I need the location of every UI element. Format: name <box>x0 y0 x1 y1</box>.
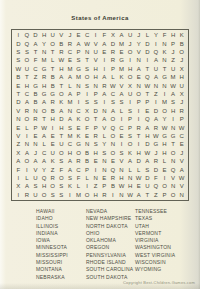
grid-cell[interactable]: Q <box>109 123 118 131</box>
grid-cell[interactable]: D <box>143 174 152 182</box>
grid-cell[interactable]: E <box>134 182 143 190</box>
grid-cell[interactable]: O <box>57 174 66 182</box>
grid-cell[interactable]: A <box>23 98 32 106</box>
grid-cell[interactable]: E <box>160 165 169 173</box>
grid-cell[interactable]: S <box>66 123 75 131</box>
grid-cell[interactable]: A <box>143 123 152 131</box>
grid-cell[interactable]: X <box>126 81 135 89</box>
grid-cell[interactable]: M <box>169 73 178 81</box>
grid-cell[interactable]: H <box>40 31 49 39</box>
grid-cell[interactable]: W <box>117 182 126 190</box>
grid-cell[interactable]: B <box>57 39 66 47</box>
grid-cell[interactable]: G <box>40 65 49 73</box>
grid-cell[interactable]: N <box>134 81 143 89</box>
grid-cell[interactable]: J <box>152 149 161 157</box>
grid-cell[interactable]: P <box>100 182 109 190</box>
grid-cell[interactable]: S <box>100 149 109 157</box>
grid-cell[interactable]: A <box>117 31 126 39</box>
grid-cell[interactable]: P <box>177 115 186 123</box>
grid-cell[interactable]: H <box>169 31 178 39</box>
grid-cell[interactable]: G <box>160 132 169 140</box>
grid-cell[interactable]: V <box>117 81 126 89</box>
grid-cell[interactable]: R <box>177 107 186 115</box>
grid-cell[interactable]: P <box>91 123 100 131</box>
grid-cell[interactable]: Q <box>169 165 178 173</box>
grid-cell[interactable]: N <box>83 140 92 148</box>
grid-cell[interactable]: L <box>117 107 126 115</box>
grid-cell[interactable]: N <box>31 107 40 115</box>
grid-cell[interactable]: S <box>57 157 66 165</box>
grid-cell[interactable]: M <box>66 98 75 106</box>
grid-cell[interactable]: A <box>177 165 186 173</box>
grid-cell[interactable]: L <box>66 81 75 89</box>
grid-cell[interactable]: K <box>74 132 83 140</box>
grid-cell[interactable]: Z <box>48 165 57 173</box>
grid-cell[interactable]: I <box>126 98 135 106</box>
grid-cell[interactable]: L <box>40 140 49 148</box>
grid-cell[interactable]: M <box>40 56 49 64</box>
grid-cell[interactable]: R <box>31 115 40 123</box>
grid-cell[interactable]: Z <box>152 90 161 98</box>
grid-cell[interactable]: O <box>126 73 135 81</box>
grid-cell[interactable]: B <box>31 90 40 98</box>
grid-cell[interactable]: O <box>74 149 83 157</box>
grid-cell[interactable]: H <box>40 182 49 190</box>
grid-cell[interactable]: A <box>31 157 40 165</box>
grid-cell[interactable]: E <box>74 123 83 131</box>
grid-cell[interactable]: G <box>48 90 57 98</box>
grid-cell[interactable]: G <box>31 81 40 89</box>
grid-cell[interactable]: H <box>91 73 100 81</box>
grid-cell[interactable]: H <box>91 191 100 199</box>
grid-cell[interactable]: M <box>160 98 169 106</box>
grid-cell[interactable]: M <box>74 73 83 81</box>
grid-cell[interactable]: E <box>74 31 83 39</box>
grid-cell[interactable]: C <box>74 107 83 115</box>
grid-cell[interactable]: A <box>100 115 109 123</box>
grid-cell[interactable]: I <box>66 191 75 199</box>
grid-cell[interactable]: X <box>109 31 118 39</box>
grid-cell[interactable]: S <box>83 81 92 89</box>
grid-cell[interactable]: F <box>100 31 109 39</box>
grid-cell[interactable]: N <box>100 157 109 165</box>
grid-cell[interactable]: N <box>169 157 178 165</box>
grid-cell[interactable]: I <box>117 115 126 123</box>
grid-cell[interactable]: N <box>152 81 161 89</box>
grid-cell[interactable]: H <box>66 149 75 157</box>
grid-cell[interactable]: C <box>117 123 126 131</box>
grid-cell[interactable]: T <box>83 56 92 64</box>
grid-cell[interactable]: E <box>143 107 152 115</box>
grid-cell[interactable]: S <box>117 149 126 157</box>
grid-cell[interactable]: S <box>66 174 75 182</box>
grid-cell[interactable]: J <box>66 31 75 39</box>
grid-cell[interactable]: O <box>83 191 92 199</box>
grid-cell[interactable]: S <box>74 56 83 64</box>
grid-cell[interactable]: R <box>152 157 161 165</box>
grid-cell[interactable]: L <box>83 174 92 182</box>
grid-cell[interactable]: H <box>48 115 57 123</box>
grid-cell[interactable]: P <box>31 123 40 131</box>
grid-cell[interactable]: S <box>126 132 135 140</box>
grid-cell[interactable]: U <box>143 182 152 190</box>
grid-cell[interactable]: V <box>57 31 66 39</box>
grid-cell[interactable]: Q <box>152 182 161 190</box>
grid-cell[interactable]: V <box>14 132 23 140</box>
grid-cell[interactable]: E <box>134 73 143 81</box>
grid-cell[interactable]: U <box>91 48 100 56</box>
grid-cell[interactable]: G <box>152 140 161 148</box>
grid-cell[interactable]: I <box>160 90 169 98</box>
grid-cell[interactable]: V <box>177 182 186 190</box>
grid-cell[interactable]: G <box>117 56 126 64</box>
grid-cell[interactable]: A <box>134 191 143 199</box>
grid-cell[interactable]: C <box>40 149 49 157</box>
grid-cell[interactable]: N <box>40 48 49 56</box>
grid-cell[interactable]: O <box>169 149 178 157</box>
grid-cell[interactable]: U <box>48 149 57 157</box>
grid-cell[interactable]: P <box>83 165 92 173</box>
grid-cell[interactable]: J <box>169 48 178 56</box>
grid-cell[interactable]: P <box>126 123 135 131</box>
grid-cell[interactable]: T <box>31 48 40 56</box>
grid-cell[interactable]: K <box>74 115 83 123</box>
grid-cell[interactable]: H <box>126 182 135 190</box>
grid-cell[interactable]: W <box>14 65 23 73</box>
grid-cell[interactable]: C <box>31 65 40 73</box>
grid-cell[interactable]: B <box>14 73 23 81</box>
grid-cell[interactable]: Y <box>134 39 143 47</box>
grid-cell[interactable]: I <box>143 56 152 64</box>
grid-cell[interactable]: L <box>126 165 135 173</box>
grid-cell[interactable]: T <box>143 191 152 199</box>
grid-cell[interactable]: R <box>66 39 75 47</box>
grid-cell[interactable]: A <box>100 73 109 81</box>
grid-cell[interactable]: O <box>40 191 49 199</box>
grid-cell[interactable]: X <box>177 90 186 98</box>
grid-cell[interactable]: U <box>169 65 178 73</box>
grid-cell[interactable]: W <box>169 81 178 89</box>
grid-cell[interactable]: W <box>143 81 152 89</box>
grid-cell[interactable]: I <box>152 98 161 106</box>
grid-cell[interactable]: D <box>134 157 143 165</box>
grid-cell[interactable]: I <box>169 115 178 123</box>
grid-cell[interactable]: Z <box>169 56 178 64</box>
grid-cell[interactable]: I <box>91 31 100 39</box>
grid-cell[interactable]: O <box>109 115 118 123</box>
grid-cell[interactable]: J <box>177 98 186 106</box>
grid-cell[interactable]: R <box>48 98 57 106</box>
grid-cell[interactable]: A <box>117 90 126 98</box>
grid-cell[interactable]: L <box>100 132 109 140</box>
grid-cell[interactable]: K <box>48 157 57 165</box>
grid-cell[interactable]: V <box>100 123 109 131</box>
grid-cell[interactable]: X <box>177 65 186 73</box>
grid-cell[interactable]: Q <box>152 48 161 56</box>
grid-cell[interactable]: P <box>91 90 100 98</box>
grid-cell[interactable]: L <box>23 123 32 131</box>
grid-cell[interactable]: S <box>23 48 32 56</box>
grid-cell[interactable]: N <box>100 165 109 173</box>
grid-cell[interactable]: F <box>31 56 40 64</box>
grid-cell[interactable]: N <box>160 81 169 89</box>
grid-cell[interactable]: J <box>31 149 40 157</box>
grid-cell[interactable]: W <box>177 174 186 182</box>
grid-cell[interactable]: A <box>66 157 75 165</box>
grid-cell[interactable]: I <box>109 191 118 199</box>
grid-cell[interactable]: J <box>177 56 186 64</box>
grid-cell[interactable]: G <box>160 73 169 81</box>
grid-cell[interactable]: A <box>57 107 66 115</box>
grid-cell[interactable]: A <box>14 157 23 165</box>
grid-cell[interactable]: S <box>109 98 118 106</box>
grid-cell[interactable]: D <box>91 107 100 115</box>
grid-cell[interactable]: A <box>40 132 49 140</box>
grid-cell[interactable]: D <box>14 98 23 106</box>
grid-cell[interactable]: R <box>100 191 109 199</box>
grid-cell[interactable]: A <box>66 73 75 81</box>
grid-cell[interactable]: H <box>23 81 32 89</box>
grid-cell[interactable]: D <box>109 39 118 47</box>
grid-cell[interactable]: I <box>83 90 92 98</box>
grid-cell[interactable]: Q <box>143 115 152 123</box>
grid-cell[interactable]: N <box>14 115 23 123</box>
grid-cell[interactable]: N <box>74 81 83 89</box>
grid-cell[interactable]: S <box>91 140 100 148</box>
grid-cell[interactable]: S <box>14 56 23 64</box>
grid-cell[interactable]: H <box>117 174 126 182</box>
grid-cell[interactable]: O <box>83 73 92 81</box>
grid-cell[interactable]: Y <box>40 39 49 47</box>
grid-cell[interactable]: A <box>66 90 75 98</box>
grid-cell[interactable]: E <box>83 132 92 140</box>
grid-cell[interactable]: O <box>40 107 49 115</box>
grid-cell[interactable]: E <box>48 140 57 148</box>
grid-cell[interactable]: I <box>126 56 135 64</box>
grid-cell[interactable]: N <box>160 56 169 64</box>
grid-cell[interactable]: L <box>48 56 57 64</box>
grid-cell[interactable]: C <box>23 90 32 98</box>
grid-cell[interactable]: R <box>109 48 118 56</box>
grid-cell[interactable]: M <box>117 65 126 73</box>
grid-cell[interactable]: M <box>66 132 75 140</box>
grid-cell[interactable]: P <box>109 65 118 73</box>
grid-cell[interactable]: S <box>48 191 57 199</box>
grid-cell[interactable]: A <box>40 157 49 165</box>
grid-cell[interactable]: S <box>117 98 126 106</box>
grid-cell[interactable]: W <box>57 56 66 64</box>
grid-cell[interactable]: I <box>23 165 32 173</box>
grid-cell[interactable]: I <box>23 132 32 140</box>
grid-cell[interactable]: T <box>169 140 178 148</box>
grid-cell[interactable]: I <box>160 174 169 182</box>
grid-cell[interactable]: R <box>23 191 32 199</box>
grid-cell[interactable]: Q <box>143 73 152 81</box>
grid-cell[interactable]: N <box>117 165 126 173</box>
grid-cell[interactable]: H <box>57 65 66 73</box>
grid-cell[interactable]: H <box>177 73 186 81</box>
grid-cell[interactable]: O <box>23 56 32 64</box>
grid-cell[interactable]: O <box>109 149 118 157</box>
grid-cell[interactable]: N <box>109 140 118 148</box>
grid-cell[interactable]: T <box>14 90 23 98</box>
grid-cell[interactable]: L <box>109 73 118 81</box>
grid-cell[interactable]: A <box>134 65 143 73</box>
grid-cell[interactable]: V <box>91 39 100 47</box>
grid-cell[interactable]: O <box>169 191 178 199</box>
grid-cell[interactable]: A <box>23 182 32 190</box>
grid-cell[interactable]: D <box>57 115 66 123</box>
grid-cell[interactable]: W <box>152 132 161 140</box>
grid-cell[interactable]: G <box>74 65 83 73</box>
grid-cell[interactable]: J <box>134 31 143 39</box>
grid-cell[interactable]: K <box>126 149 135 157</box>
grid-cell[interactable]: F <box>74 174 83 182</box>
grid-cell[interactable]: R <box>109 174 118 182</box>
grid-cell[interactable]: W <box>83 39 92 47</box>
grid-cell[interactable]: S <box>31 182 40 190</box>
grid-cell[interactable]: N <box>126 174 135 182</box>
grid-cell[interactable]: F <box>83 123 92 131</box>
grid-cell[interactable]: U <box>177 81 186 89</box>
grid-cell[interactable]: B <box>177 39 186 47</box>
grid-cell[interactable]: E <box>109 157 118 165</box>
grid-cell[interactable]: Z <box>91 182 100 190</box>
grid-cell[interactable]: B <box>48 73 57 81</box>
grid-cell[interactable]: I <box>134 115 143 123</box>
grid-cell[interactable]: B <box>83 149 92 157</box>
grid-cell[interactable]: O <box>48 182 57 190</box>
grid-cell[interactable]: Q <box>109 165 118 173</box>
grid-cell[interactable]: R <box>91 132 100 140</box>
grid-cell[interactable]: T <box>143 65 152 73</box>
grid-cell[interactable]: N <box>160 39 169 47</box>
grid-cell[interactable]: Z <box>152 191 161 199</box>
grid-cell[interactable]: K <box>160 48 169 56</box>
grid-cell[interactable]: K <box>177 31 186 39</box>
grid-cell[interactable]: E <box>91 157 100 165</box>
grid-cell[interactable]: N <box>91 81 100 89</box>
grid-cell[interactable]: N <box>66 107 75 115</box>
grid-cell[interactable]: I <box>100 98 109 106</box>
grid-cell[interactable]: A <box>100 39 109 47</box>
grid-cell[interactable]: G <box>74 140 83 148</box>
grid-cell[interactable]: A <box>40 98 49 106</box>
grid-cell[interactable]: R <box>40 73 49 81</box>
grid-cell[interactable]: D <box>143 48 152 56</box>
grid-cell[interactable]: Q <box>23 31 32 39</box>
grid-cell[interactable]: O <box>57 90 66 98</box>
grid-cell[interactable]: A <box>109 107 118 115</box>
grid-cell[interactable]: T <box>134 132 143 140</box>
grid-cell[interactable]: U <box>57 140 66 148</box>
grid-cell[interactable]: B <box>83 157 92 165</box>
grid-cell[interactable]: A <box>23 149 32 157</box>
grid-cell[interactable]: H <box>134 149 143 157</box>
grid-cell[interactable]: L <box>23 174 32 182</box>
grid-cell[interactable]: K <box>66 182 75 190</box>
grid-cell[interactable]: T <box>23 73 32 81</box>
grid-cell[interactable]: I <box>91 165 100 173</box>
grid-cell[interactable]: N <box>117 191 126 199</box>
grid-cell[interactable]: T <box>40 115 49 123</box>
grid-cell[interactable]: R <box>48 174 57 182</box>
grid-cell[interactable]: W <box>177 123 186 131</box>
grid-cell[interactable]: B <box>48 107 57 115</box>
grid-cell[interactable]: X <box>14 149 23 157</box>
grid-cell[interactable]: I <box>134 140 143 148</box>
grid-cell[interactable]: O <box>160 182 169 190</box>
grid-cell[interactable]: V <box>14 107 23 115</box>
grid-cell[interactable]: E <box>117 48 126 56</box>
grid-cell[interactable]: P <box>143 98 152 106</box>
grid-cell[interactable]: M <box>74 191 83 199</box>
grid-cell[interactable]: J <box>126 39 135 47</box>
grid-cell[interactable]: A <box>66 165 75 173</box>
grid-cell[interactable]: J <box>177 149 186 157</box>
grid-cell[interactable]: P <box>74 90 83 98</box>
grid-cell[interactable]: C <box>83 31 92 39</box>
grid-cell[interactable]: B <box>48 81 57 89</box>
grid-cell[interactable]: O <box>134 90 143 98</box>
grid-cell[interactable]: P <box>126 115 135 123</box>
grid-cell[interactable]: S <box>83 65 92 73</box>
grid-cell[interactable]: L <box>134 165 143 173</box>
grid-cell[interactable]: A <box>169 90 178 98</box>
grid-cell[interactable]: F <box>14 165 23 173</box>
grid-cell[interactable]: C <box>66 48 75 56</box>
grid-cell[interactable]: T <box>143 90 152 98</box>
grid-cell[interactable]: I <box>14 174 23 182</box>
grid-cell[interactable]: X <box>14 182 23 190</box>
grid-cell[interactable]: S <box>57 191 66 199</box>
grid-cell[interactable]: O <box>126 140 135 148</box>
grid-cell[interactable]: Z <box>31 73 40 81</box>
grid-cell[interactable]: E <box>117 132 126 140</box>
grid-cell[interactable]: S <box>57 182 66 190</box>
grid-cell[interactable]: I <box>48 123 57 131</box>
grid-cell[interactable]: Y <box>100 140 109 148</box>
grid-cell[interactable]: I <box>100 56 109 64</box>
grid-cell[interactable]: A <box>57 73 66 81</box>
grid-cell[interactable]: V <box>91 56 100 64</box>
grid-cell[interactable]: B <box>31 98 40 106</box>
grid-cell[interactable]: P <box>134 98 143 106</box>
grid-cell[interactable]: H <box>40 81 49 89</box>
grid-cell[interactable]: N <box>169 123 178 131</box>
grid-cell[interactable]: R <box>134 123 143 131</box>
grid-cell[interactable]: M <box>66 65 75 73</box>
grid-cell[interactable]: V <box>177 157 186 165</box>
grid-cell[interactable]: Y <box>40 165 49 173</box>
grid-cell[interactable]: A <box>152 115 161 123</box>
grid-cell[interactable]: N <box>83 48 92 56</box>
grid-cell[interactable]: N <box>177 191 186 199</box>
grid-cell[interactable]: A <box>152 56 161 64</box>
grid-cell[interactable]: Y <box>160 115 169 123</box>
grid-cell[interactable]: A <box>143 157 152 165</box>
grid-cell[interactable]: D <box>143 140 152 148</box>
grid-cell[interactable]: S <box>126 107 135 115</box>
grid-cell[interactable]: E <box>31 132 40 140</box>
grid-cell[interactable]: T <box>48 65 57 73</box>
word-search-grid[interactable]: IQDHUVJECIFXAUJLYFHKDQAYOBRAWVADMJYDINPB… <box>11 29 189 201</box>
grid-cell[interactable]: H <box>91 149 100 157</box>
grid-cell[interactable]: O <box>57 149 66 157</box>
grid-cell[interactable]: Q <box>23 39 32 47</box>
grid-cell[interactable]: Y <box>152 31 161 39</box>
grid-cell[interactable]: U <box>31 191 40 199</box>
